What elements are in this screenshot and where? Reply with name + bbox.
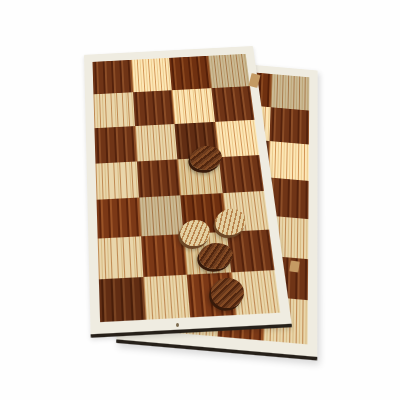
board-square-dark xyxy=(136,159,180,198)
board-square-dark xyxy=(226,230,274,273)
board-square-dark xyxy=(99,277,145,322)
board-square-light xyxy=(93,92,134,128)
board-square-dark xyxy=(94,126,136,163)
board-square-dark xyxy=(141,234,187,277)
board-square-light xyxy=(207,54,250,88)
board-square-dark xyxy=(133,90,175,126)
die-cut-notch-right xyxy=(289,260,299,272)
board-square-light xyxy=(134,124,177,161)
product-photo-scene xyxy=(0,0,400,400)
board-square-dark xyxy=(92,60,132,94)
speck-mark xyxy=(176,323,179,327)
board-square-light xyxy=(172,88,215,124)
board-square-dark xyxy=(97,198,141,239)
board-square-dark xyxy=(169,56,211,90)
board-square-light xyxy=(143,275,190,320)
board-square-light xyxy=(98,237,143,280)
board-square-dark xyxy=(211,86,255,122)
board-square-light xyxy=(131,58,172,92)
board-square-dark xyxy=(269,107,309,145)
front-checkerboard xyxy=(92,54,280,322)
board-square-light xyxy=(268,141,309,181)
board-square-light xyxy=(138,196,183,237)
board-square-light xyxy=(270,74,309,110)
board-square-light xyxy=(214,120,259,157)
board-square-dark xyxy=(218,155,264,194)
board-square-light xyxy=(95,161,138,200)
